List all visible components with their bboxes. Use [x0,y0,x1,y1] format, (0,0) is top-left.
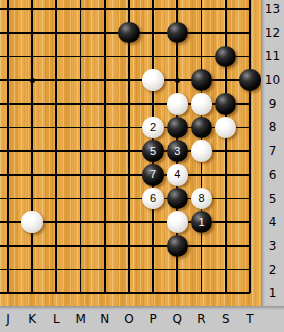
black-stone-R8 [191,117,213,139]
intersection-P7[interactable]: 5 [141,139,165,163]
intersection-J2[interactable] [0,258,20,282]
intersection-M5[interactable] [68,187,92,211]
black-stone-Q3 [167,235,189,257]
intersection-N1[interactable] [93,281,117,305]
row-label-8: 8 [261,116,284,140]
intersection-L12[interactable] [44,21,68,45]
column-label-T: T [238,306,262,332]
intersection-M12[interactable] [68,21,92,45]
intersection-T6[interactable] [238,163,262,187]
intersection-S13[interactable] [214,0,238,21]
intersection-Q7[interactable]: 3 [165,139,189,163]
intersection-Q13[interactable] [165,0,189,21]
white-stone-Q9 [167,93,189,115]
row-labels: 13121110987654321 [261,0,284,305]
intersection-P12[interactable] [141,21,165,45]
white-stone-R7 [191,140,213,162]
intersection-O6[interactable] [117,163,141,187]
intersection-S5[interactable] [214,187,238,211]
intersection-O5[interactable] [117,187,141,211]
column-label-O: O [117,306,141,332]
row-label-13: 13 [261,0,284,21]
intersection-R2[interactable] [189,258,213,282]
intersection-K2[interactable] [20,258,44,282]
move-number-2: 2 [150,122,156,133]
intersection-Q1[interactable] [165,281,189,305]
intersection-L4[interactable] [44,210,68,234]
column-label-L: L [44,306,68,332]
intersection-T9[interactable] [238,92,262,116]
column-label-S: S [214,306,238,332]
intersection-T12[interactable] [238,21,262,45]
move-number-3: 3 [174,146,180,157]
intersection-R3[interactable] [189,234,213,258]
black-stone-S11 [215,46,237,68]
intersection-T1[interactable] [238,281,262,305]
white-stone-Q6: 4 [167,164,189,186]
intersection-P8[interactable]: 2 [141,116,165,140]
intersection-R11[interactable] [189,45,213,69]
black-stone-Q7: 3 [167,140,189,162]
intersection-N9[interactable] [93,92,117,116]
intersection-M2[interactable] [68,258,92,282]
intersection-N4[interactable] [93,210,117,234]
intersection-M7[interactable] [68,139,92,163]
intersection-O9[interactable] [117,92,141,116]
intersection-O3[interactable] [117,234,141,258]
column-label-J: J [0,306,20,332]
intersection-P13[interactable] [141,0,165,21]
intersection-M3[interactable] [68,234,92,258]
intersection-K1[interactable] [20,281,44,305]
intersection-N11[interactable] [93,45,117,69]
intersection-L2[interactable] [44,258,68,282]
white-stone-R5: 8 [191,188,213,210]
intersection-M9[interactable] [68,92,92,116]
column-label-R: R [189,306,213,332]
intersection-N7[interactable] [93,139,117,163]
intersection-N13[interactable] [93,0,117,21]
intersection-L6[interactable] [44,163,68,187]
column-label-K: K [20,306,44,332]
intersection-M8[interactable] [68,116,92,140]
go-diagram: 25374681 13121110987654321 JKLMNOPQRST [0,0,284,332]
intersection-K8[interactable] [20,116,44,140]
intersection-Q11[interactable] [165,45,189,69]
intersection-N5[interactable] [93,187,117,211]
intersection-N12[interactable] [93,21,117,45]
intersection-J13[interactable] [0,0,20,21]
intersection-J6[interactable] [0,163,20,187]
intersection-J3[interactable] [0,234,20,258]
intersection-P10[interactable] [141,68,165,92]
row-label-3: 3 [261,234,284,258]
column-label-Q: Q [165,306,189,332]
intersection-K4[interactable] [20,210,44,234]
intersection-L8[interactable] [44,116,68,140]
intersection-R9[interactable] [189,92,213,116]
intersection-S12[interactable] [214,21,238,45]
move-number-8: 8 [198,193,204,204]
intersection-M6[interactable] [68,163,92,187]
column-label-N: N [93,306,117,332]
intersection-K9[interactable] [20,92,44,116]
black-stone-P7: 5 [142,140,164,162]
intersection-N10[interactable] [93,68,117,92]
black-stone-T10 [239,69,261,91]
row-label-9: 9 [261,92,284,116]
intersection-O8[interactable] [117,116,141,140]
intersection-O12[interactable] [117,21,141,45]
white-stone-P8: 2 [142,117,164,139]
black-stone-R10 [191,69,213,91]
intersection-K12[interactable] [20,21,44,45]
intersection-R13[interactable] [189,0,213,21]
board-grid: 25374681 [0,0,262,305]
intersection-Q3[interactable] [165,234,189,258]
white-stone-Q4 [167,211,189,233]
intersection-M4[interactable] [68,210,92,234]
intersection-T8[interactable] [238,116,262,140]
black-stone-S9 [215,93,237,115]
intersection-K7[interactable] [20,139,44,163]
intersection-M13[interactable] [68,0,92,21]
intersection-R10[interactable] [189,68,213,92]
row-label-12: 12 [261,21,284,45]
row-label-5: 5 [261,187,284,211]
intersection-J9[interactable] [0,92,20,116]
row-label-6: 6 [261,163,284,187]
intersection-R8[interactable] [189,116,213,140]
row-label-11: 11 [261,45,284,69]
intersection-R6[interactable] [189,163,213,187]
intersection-K3[interactable] [20,234,44,258]
column-labels: JKLMNOPQRST [0,306,262,332]
intersection-K13[interactable] [20,0,44,21]
intersection-S4[interactable] [214,210,238,234]
intersection-J10[interactable] [0,68,20,92]
intersection-O11[interactable] [117,45,141,69]
intersection-Q8[interactable] [165,116,189,140]
intersection-Q2[interactable] [165,258,189,282]
intersection-P11[interactable] [141,45,165,69]
intersection-J1[interactable] [0,281,20,305]
white-stone-R9 [191,93,213,115]
intersection-Q6[interactable]: 4 [165,163,189,187]
intersection-M1[interactable] [68,281,92,305]
intersection-P5[interactable]: 6 [141,187,165,211]
intersection-L3[interactable] [44,234,68,258]
intersection-N8[interactable] [93,116,117,140]
intersection-R12[interactable] [189,21,213,45]
intersection-T13[interactable] [238,0,262,21]
intersection-N3[interactable] [93,234,117,258]
intersection-S1[interactable] [214,281,238,305]
intersection-S10[interactable] [214,68,238,92]
intersection-Q12[interactable] [165,21,189,45]
intersection-P1[interactable] [141,281,165,305]
intersection-T3[interactable] [238,234,262,258]
intersection-S3[interactable] [214,234,238,258]
intersection-J11[interactable] [0,45,20,69]
intersection-L7[interactable] [44,139,68,163]
row-label-7: 7 [261,139,284,163]
black-stone-Q12 [167,22,189,44]
row-label-1: 1 [261,281,284,305]
intersection-O2[interactable] [117,258,141,282]
white-stone-S8 [215,117,237,139]
intersection-L9[interactable] [44,92,68,116]
black-stone-R4: 1 [191,211,213,233]
row-label-10: 10 [261,68,284,92]
intersection-O1[interactable] [117,281,141,305]
column-label-M: M [68,306,92,332]
intersection-T11[interactable] [238,45,262,69]
intersection-Q4[interactable] [165,210,189,234]
intersection-R1[interactable] [189,281,213,305]
move-number-5: 5 [150,146,156,157]
intersection-K6[interactable] [20,163,44,187]
intersection-N2[interactable] [93,258,117,282]
intersection-L13[interactable] [44,0,68,21]
intersection-J7[interactable] [0,139,20,163]
intersection-S6[interactable] [214,163,238,187]
intersection-O10[interactable] [117,68,141,92]
white-stone-P10 [142,69,164,91]
intersection-Q10[interactable] [165,68,189,92]
black-stone-Q8 [167,117,189,139]
intersection-P3[interactable] [141,234,165,258]
intersection-S11[interactable] [214,45,238,69]
intersection-L11[interactable] [44,45,68,69]
intersection-J12[interactable] [0,21,20,45]
intersection-O13[interactable] [117,0,141,21]
intersection-P2[interactable] [141,258,165,282]
intersection-R4[interactable]: 1 [189,210,213,234]
intersection-K5[interactable] [20,187,44,211]
intersection-J5[interactable] [0,187,20,211]
intersection-M10[interactable] [68,68,92,92]
intersection-S8[interactable] [214,116,238,140]
move-number-7: 7 [150,169,156,180]
intersection-S9[interactable] [214,92,238,116]
intersection-Q5[interactable] [165,187,189,211]
row-label-2: 2 [261,258,284,282]
intersection-K10[interactable] [20,68,44,92]
column-label-P: P [141,306,165,332]
intersection-Q9[interactable] [165,92,189,116]
intersection-O4[interactable] [117,210,141,234]
intersection-J4[interactable] [0,210,20,234]
intersection-M11[interactable] [68,45,92,69]
intersection-R5[interactable]: 8 [189,187,213,211]
intersection-J8[interactable] [0,116,20,140]
intersection-T5[interactable] [238,187,262,211]
black-stone-Q5 [167,188,189,210]
intersection-P9[interactable] [141,92,165,116]
intersection-K11[interactable] [20,45,44,69]
white-stone-P5: 6 [142,188,164,210]
move-number-4: 4 [174,169,180,180]
intersection-O7[interactable] [117,139,141,163]
intersection-R7[interactable] [189,139,213,163]
intersection-S2[interactable] [214,258,238,282]
intersection-P6[interactable]: 7 [141,163,165,187]
intersection-L1[interactable] [44,281,68,305]
intersection-L10[interactable] [44,68,68,92]
intersection-T10[interactable] [238,68,262,92]
intersection-T7[interactable] [238,139,262,163]
row-label-4: 4 [261,210,284,234]
intersection-P4[interactable] [141,210,165,234]
black-stone-P6: 7 [142,164,164,186]
intersection-S7[interactable] [214,139,238,163]
intersection-T2[interactable] [238,258,262,282]
intersection-T4[interactable] [238,210,262,234]
intersection-L5[interactable] [44,187,68,211]
intersection-N6[interactable] [93,163,117,187]
move-number-6: 6 [150,193,156,204]
black-stone-O12 [118,22,140,44]
go-board: 25374681 [0,0,261,306]
white-stone-K4 [21,211,43,233]
move-number-1: 1 [198,217,204,228]
